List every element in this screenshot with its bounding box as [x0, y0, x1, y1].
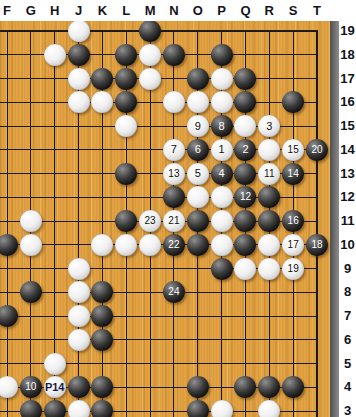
stone-white-Q9 [234, 258, 256, 280]
grid-vline-T [316, 31, 318, 417]
column-label-N: N [165, 3, 183, 18]
row-label-15: 15 [339, 118, 356, 133]
stone-black-T10: 18 [306, 234, 328, 256]
stone-black-Q10 [234, 234, 256, 256]
stone-black-K8 [91, 281, 113, 303]
stone-black-H3 [44, 400, 66, 417]
stone-black-O3 [187, 400, 209, 417]
row-label-18: 18 [339, 47, 356, 62]
row-label-4: 4 [339, 379, 356, 394]
row-label-19: 19 [339, 23, 356, 38]
go-board[interactable]: 862204141216221824109371151351123211719P… [0, 21, 330, 417]
row-label-11: 11 [339, 213, 356, 228]
stone-white-N11: 21 [163, 210, 185, 232]
stone-white-O12 [187, 186, 209, 208]
stone-white-J7 [68, 305, 90, 327]
stone-white-N13: 13 [163, 163, 185, 185]
row-label-6: 6 [339, 332, 356, 347]
stone-black-L17 [115, 68, 137, 90]
grid-hline-7 [0, 316, 318, 317]
stone-white-S10: 17 [282, 234, 304, 256]
stone-black-K7 [91, 305, 113, 327]
stone-black-Q4 [234, 376, 256, 398]
stone-white-R15: 3 [258, 115, 280, 137]
stone-white-J9 [68, 258, 90, 280]
stone-black-S16 [282, 91, 304, 113]
stone-white-S9: 19 [282, 258, 304, 280]
stone-black-P13: 4 [211, 163, 233, 185]
stone-white-Q15 [234, 115, 256, 137]
column-label-J: J [70, 3, 88, 18]
stone-black-K3 [91, 400, 113, 417]
stone-white-M18 [139, 44, 161, 66]
stone-black-K4 [91, 376, 113, 398]
stone-black-Q13 [234, 163, 256, 185]
stone-white-M11: 23 [139, 210, 161, 232]
stone-white-N14: 7 [163, 139, 185, 161]
grid-hline-6 [0, 339, 318, 340]
stone-black-N10: 22 [163, 234, 185, 256]
stone-white-G11 [20, 210, 42, 232]
stone-white-P11 [211, 210, 233, 232]
stone-white-N16 [163, 91, 185, 113]
stone-black-N18 [163, 44, 185, 66]
stone-white-J17 [68, 68, 90, 90]
row-label-7: 7 [339, 308, 356, 323]
stone-white-P12 [211, 186, 233, 208]
stone-white-L15 [115, 115, 137, 137]
stone-white-R10 [258, 234, 280, 256]
stone-white-K16 [91, 91, 113, 113]
stone-black-M19 [139, 21, 161, 42]
stone-white-P3 [211, 400, 233, 417]
stone-white-J3 [68, 400, 90, 417]
column-label-K: K [93, 3, 111, 18]
stone-white-M10 [139, 234, 161, 256]
stone-white-P14: 1 [211, 139, 233, 161]
go-kifu-diagram: 862204141216221824109371151351123211719P… [0, 0, 356, 417]
stone-white-R13: 11 [258, 163, 280, 185]
stone-black-F10 [0, 234, 18, 256]
stone-white-R14 [258, 139, 280, 161]
stone-black-Q12: 12 [234, 186, 256, 208]
stone-black-O4 [187, 376, 209, 398]
stone-white-S14: 15 [282, 139, 304, 161]
stone-white-R9 [258, 258, 280, 280]
stone-black-L11 [115, 210, 137, 232]
row-label-16: 16 [339, 94, 356, 109]
stone-black-K6 [91, 329, 113, 351]
stone-white-H18 [44, 44, 66, 66]
grid-vline-F [7, 31, 8, 417]
stone-black-J4 [68, 376, 90, 398]
stone-black-R4 [258, 376, 280, 398]
stone-black-G3 [20, 400, 42, 417]
stone-black-S4 [282, 376, 304, 398]
stone-white-P10 [211, 234, 233, 256]
stone-black-F7 [0, 305, 18, 327]
stone-white-M17 [139, 68, 161, 90]
stone-white-J19 [68, 21, 90, 42]
stone-white-O16 [187, 91, 209, 113]
board-edge-shadow [330, 21, 339, 417]
stone-black-Q16 [234, 91, 256, 113]
stone-black-S13: 14 [282, 163, 304, 185]
annotation-text: P14 [45, 382, 65, 393]
stone-black-P18 [211, 44, 233, 66]
stone-white-P17 [211, 68, 233, 90]
stone-black-P9 [211, 258, 233, 280]
stone-black-Q11 [234, 210, 256, 232]
stone-white-R3 [258, 400, 280, 417]
row-label-8: 8 [339, 284, 356, 299]
row-label-9: 9 [339, 261, 356, 276]
stone-black-L16 [115, 91, 137, 113]
stone-black-N8: 24 [163, 281, 185, 303]
stone-black-L13 [115, 163, 137, 185]
column-label-O: O [189, 3, 207, 18]
row-label-3: 3 [339, 403, 356, 417]
row-label-13: 13 [339, 166, 356, 181]
row-label-5: 5 [339, 356, 356, 371]
row-label-12: 12 [339, 189, 356, 204]
row-label-10: 10 [339, 237, 356, 252]
stone-black-R12 [258, 186, 280, 208]
column-label-G: G [22, 3, 40, 18]
stone-white-P16 [211, 91, 233, 113]
stone-white-G10 [20, 234, 42, 256]
stone-white-J8 [68, 281, 90, 303]
stone-white-O13: 5 [187, 163, 209, 185]
column-label-H: H [46, 3, 64, 18]
row-label-14: 14 [339, 142, 356, 157]
grid-hline-8 [0, 292, 318, 293]
stone-black-J18 [68, 44, 90, 66]
stone-black-L18 [115, 44, 137, 66]
stone-black-O11 [187, 210, 209, 232]
stone-white-J16 [68, 91, 90, 113]
grid-hline-16 [0, 102, 318, 103]
stone-black-S11: 16 [282, 210, 304, 232]
column-label-R: R [260, 3, 278, 18]
stone-black-O17 [187, 68, 209, 90]
stone-white-F4 [0, 376, 18, 398]
column-label-F: F [0, 3, 16, 18]
stone-white-H5 [44, 353, 66, 375]
stone-black-Q17 [234, 68, 256, 90]
stone-black-Q14: 2 [234, 139, 256, 161]
stone-white-K10 [91, 234, 113, 256]
stone-black-G8 [20, 281, 42, 303]
stone-white-O15: 9 [187, 115, 209, 137]
stone-black-R11 [258, 210, 280, 232]
stone-black-T14: 20 [306, 139, 328, 161]
stone-black-N12 [163, 186, 185, 208]
stone-black-P15: 8 [211, 115, 233, 137]
column-label-Q: Q [236, 3, 254, 18]
stone-black-K17 [91, 68, 113, 90]
stone-white-H4: P14 [44, 376, 66, 398]
stone-black-O14: 6 [187, 139, 209, 161]
stone-white-L10 [115, 234, 137, 256]
stone-black-G4: 10 [20, 376, 42, 398]
column-label-T: T [308, 3, 326, 18]
row-label-17: 17 [339, 71, 356, 86]
column-label-P: P [213, 3, 231, 18]
column-label-S: S [284, 3, 302, 18]
stone-white-J6 [68, 329, 90, 351]
column-label-L: L [117, 3, 135, 18]
stone-black-O10 [187, 234, 209, 256]
column-label-M: M [141, 3, 159, 18]
